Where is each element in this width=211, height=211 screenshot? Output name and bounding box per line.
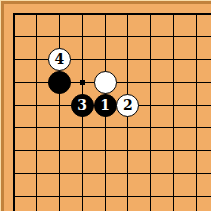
grid-cell <box>150 82 173 105</box>
grid-cell <box>82 36 105 59</box>
grid-cell <box>150 36 173 59</box>
grid-cell <box>13 196 36 211</box>
grid-cell <box>82 173 105 196</box>
grid-cell <box>150 13 173 36</box>
grid-cell <box>105 13 128 36</box>
grid-cell <box>173 13 196 36</box>
grid-cell <box>36 127 59 150</box>
grid-cell <box>82 127 105 150</box>
grid-cell <box>173 105 196 128</box>
grid-cell <box>82 150 105 173</box>
grid-cell <box>173 59 196 82</box>
grid-cell <box>196 13 211 36</box>
stone-white-move-2: 2 <box>116 94 139 117</box>
grid-cell <box>59 196 82 211</box>
grid-cell <box>105 173 128 196</box>
grid-cell <box>127 127 150 150</box>
board-frame-highlight-top <box>0 0 211 1</box>
grid-cell <box>127 150 150 173</box>
grid-cell <box>13 59 36 82</box>
grid-cell <box>13 82 36 105</box>
grid-cell <box>82 196 105 211</box>
grid-cell <box>196 82 211 105</box>
grid-cell <box>82 13 105 36</box>
grid-cell <box>59 127 82 150</box>
stone-move-number: 1 <box>100 98 110 112</box>
grid-cell <box>196 196 211 211</box>
grid-cell <box>127 59 150 82</box>
stone-move-number: 3 <box>77 98 87 112</box>
grid-cell <box>36 173 59 196</box>
grid-cell <box>105 196 128 211</box>
grid-cell <box>105 36 128 59</box>
grid-cell <box>36 105 59 128</box>
stone-move-number: 2 <box>123 98 133 112</box>
grid-cell <box>150 173 173 196</box>
grid-cell <box>36 13 59 36</box>
grid-cell <box>127 173 150 196</box>
stone-white <box>94 71 117 94</box>
grid-cell <box>59 13 82 36</box>
grid-cell <box>173 196 196 211</box>
grid-cell <box>36 196 59 211</box>
grid-cell <box>105 127 128 150</box>
go-board-diagram: 4312 <box>0 0 211 211</box>
grid-cell <box>150 196 173 211</box>
stone-black <box>48 71 71 94</box>
grid-cell <box>150 150 173 173</box>
grid-cell <box>13 13 36 36</box>
board-frame-shadow-left <box>1 1 4 211</box>
grid-cell <box>127 196 150 211</box>
grid-cell <box>127 13 150 36</box>
stone-move-number: 4 <box>54 52 64 66</box>
board-frame-shadow-top <box>1 1 211 4</box>
grid-cell <box>196 150 211 173</box>
grid-cell <box>13 36 36 59</box>
grid-cell <box>196 36 211 59</box>
grid-cell <box>13 105 36 128</box>
grid-cell <box>173 127 196 150</box>
grid-cell <box>36 150 59 173</box>
grid-cell <box>13 173 36 196</box>
board-frame-highlight-left <box>0 0 1 211</box>
grid-cell <box>196 59 211 82</box>
grid-cell <box>59 173 82 196</box>
stone-black-move-1: 1 <box>94 94 117 117</box>
grid-cell <box>105 150 128 173</box>
grid-cell <box>173 150 196 173</box>
grid-cell <box>59 150 82 173</box>
stone-white-move-4: 4 <box>48 48 71 71</box>
grid-cell <box>196 173 211 196</box>
stone-black-move-3: 3 <box>71 94 94 117</box>
grid-cell <box>13 150 36 173</box>
hoshi-point-marker <box>80 80 85 85</box>
grid-cell <box>196 105 211 128</box>
grid-cell <box>150 105 173 128</box>
grid-cell <box>173 36 196 59</box>
grid-cell <box>150 127 173 150</box>
grid-cell <box>173 173 196 196</box>
grid-cell <box>173 82 196 105</box>
grid-cell <box>150 59 173 82</box>
grid-cell <box>13 127 36 150</box>
grid-cell <box>196 127 211 150</box>
grid-cell <box>127 36 150 59</box>
